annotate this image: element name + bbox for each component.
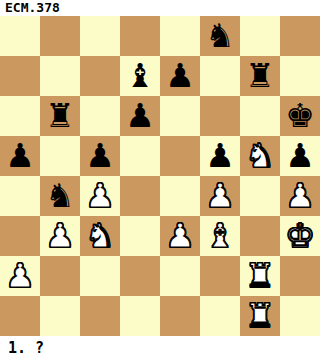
white-rook-g2: ♜ [245,256,275,296]
square-b1[interactable] [40,296,80,336]
square-h5[interactable]: ♟ [280,136,320,176]
square-e3[interactable]: ♟ [160,216,200,256]
square-g1[interactable]: ♜ [240,296,280,336]
square-f4[interactable]: ♟ [200,176,240,216]
square-c4[interactable]: ♟ [80,176,120,216]
square-h4[interactable]: ♟ [280,176,320,216]
square-e4[interactable] [160,176,200,216]
square-d3[interactable] [120,216,160,256]
title-bar: ECM.378 [0,0,320,16]
square-f5[interactable]: ♟ [200,136,240,176]
black-pawn-f5: ♟ [205,136,235,176]
square-b3[interactable]: ♟ [40,216,80,256]
square-d1[interactable] [120,296,160,336]
square-h2[interactable] [280,256,320,296]
square-g2[interactable]: ♜ [240,256,280,296]
white-pawn-h4: ♟ [285,176,315,216]
square-e1[interactable] [160,296,200,336]
square-f8[interactable]: ♞ [200,16,240,56]
black-pawn-h5: ♟ [285,136,315,176]
square-b5[interactable] [40,136,80,176]
white-knight-g5: ♞ [245,136,275,176]
square-h6[interactable]: ♚ [280,96,320,136]
white-bishop-f3: ♝ [205,216,235,256]
square-f7[interactable] [200,56,240,96]
square-c1[interactable] [80,296,120,336]
black-pawn-e7: ♟ [165,56,195,96]
black-pawn-a5: ♟ [5,136,35,176]
square-g4[interactable] [240,176,280,216]
white-pawn-a2: ♟ [5,256,35,296]
move-prompt-label: 1. ? [0,339,44,357]
white-pawn-e3: ♟ [165,216,195,256]
square-a4[interactable] [0,176,40,216]
status-bar: 1. ? [0,336,320,360]
square-g7[interactable]: ♜ [240,56,280,96]
square-f1[interactable] [200,296,240,336]
square-b8[interactable] [40,16,80,56]
black-pawn-d6: ♟ [125,96,155,136]
square-a5[interactable]: ♟ [0,136,40,176]
white-pawn-f4: ♟ [205,176,235,216]
square-g8[interactable] [240,16,280,56]
square-e5[interactable] [160,136,200,176]
square-g3[interactable] [240,216,280,256]
square-a1[interactable] [0,296,40,336]
square-g6[interactable] [240,96,280,136]
square-f6[interactable] [200,96,240,136]
puzzle-id-label: ECM.378 [0,0,60,16]
white-pawn-b3: ♟ [45,216,75,256]
square-d8[interactable] [120,16,160,56]
square-a7[interactable] [0,56,40,96]
square-d2[interactable] [120,256,160,296]
white-king-h3: ♚ [285,216,315,256]
square-e8[interactable] [160,16,200,56]
black-rook-b6: ♜ [45,96,75,136]
square-h3[interactable]: ♚ [280,216,320,256]
square-f3[interactable]: ♝ [200,216,240,256]
square-b6[interactable]: ♜ [40,96,80,136]
chess-puzzle-window: ECM.378 ♞♝♟♜♜♟♚♟♟♟♞♟♞♟♟♟♟♞♟♝♚♟♜♜ 1. ? [0,0,320,360]
white-knight-c3: ♞ [85,216,115,256]
square-a8[interactable] [0,16,40,56]
square-a3[interactable] [0,216,40,256]
black-bishop-d7: ♝ [125,56,155,96]
square-c5[interactable]: ♟ [80,136,120,176]
square-g5[interactable]: ♞ [240,136,280,176]
chess-board: ♞♝♟♜♜♟♚♟♟♟♞♟♞♟♟♟♟♞♟♝♚♟♜♜ [0,16,320,336]
square-d6[interactable]: ♟ [120,96,160,136]
square-e6[interactable] [160,96,200,136]
square-h7[interactable] [280,56,320,96]
square-a2[interactable]: ♟ [0,256,40,296]
square-c8[interactable] [80,16,120,56]
square-b4[interactable]: ♞ [40,176,80,216]
white-pawn-c4: ♟ [85,176,115,216]
square-f2[interactable] [200,256,240,296]
square-b7[interactable] [40,56,80,96]
square-d5[interactable] [120,136,160,176]
square-c3[interactable]: ♞ [80,216,120,256]
square-b2[interactable] [40,256,80,296]
black-knight-b4: ♞ [45,176,75,216]
black-rook-g7: ♜ [245,56,275,96]
square-c2[interactable] [80,256,120,296]
square-c7[interactable] [80,56,120,96]
white-rook-g1: ♜ [245,296,275,336]
square-e2[interactable] [160,256,200,296]
square-a6[interactable] [0,96,40,136]
black-pawn-c5: ♟ [85,136,115,176]
square-h8[interactable] [280,16,320,56]
black-knight-f8: ♞ [205,16,235,56]
square-d4[interactable] [120,176,160,216]
square-d7[interactable]: ♝ [120,56,160,96]
square-h1[interactable] [280,296,320,336]
black-king-h6: ♚ [285,96,315,136]
square-c6[interactable] [80,96,120,136]
square-e7[interactable]: ♟ [160,56,200,96]
